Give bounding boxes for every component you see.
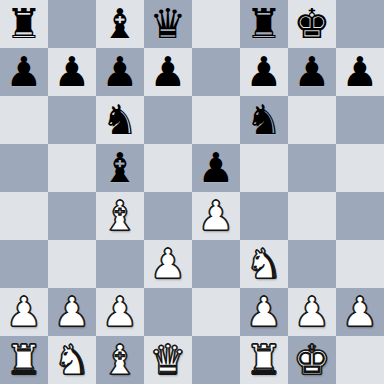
square-g6[interactable] bbox=[288, 96, 336, 144]
square-e3[interactable] bbox=[192, 240, 240, 288]
piece-black-queen[interactable]: ♛ bbox=[150, 0, 187, 48]
piece-black-knight[interactable]: ♞ bbox=[102, 96, 139, 144]
piece-white-king[interactable]: ♚ bbox=[294, 336, 331, 384]
square-e6[interactable] bbox=[192, 96, 240, 144]
square-d8[interactable]: ♛ bbox=[144, 0, 192, 48]
piece-black-knight[interactable]: ♞ bbox=[246, 96, 283, 144]
square-a3[interactable] bbox=[0, 240, 48, 288]
piece-white-rook[interactable]: ♜ bbox=[6, 336, 43, 384]
piece-black-pawn[interactable]: ♟ bbox=[6, 48, 43, 96]
square-h4[interactable] bbox=[336, 192, 384, 240]
piece-white-queen[interactable]: ♛ bbox=[150, 336, 187, 384]
square-c1[interactable]: ♝ bbox=[96, 336, 144, 384]
square-b2[interactable]: ♟ bbox=[48, 288, 96, 336]
piece-black-bishop[interactable]: ♝ bbox=[102, 0, 139, 48]
piece-black-pawn[interactable]: ♟ bbox=[294, 48, 331, 96]
square-d1[interactable]: ♛ bbox=[144, 336, 192, 384]
square-h7[interactable]: ♟ bbox=[336, 48, 384, 96]
square-c3[interactable] bbox=[96, 240, 144, 288]
piece-white-knight[interactable]: ♞ bbox=[246, 240, 283, 288]
piece-white-pawn[interactable]: ♟ bbox=[198, 192, 235, 240]
piece-black-rook[interactable]: ♜ bbox=[246, 0, 283, 48]
square-d4[interactable] bbox=[144, 192, 192, 240]
piece-white-pawn[interactable]: ♟ bbox=[150, 240, 187, 288]
square-g3[interactable] bbox=[288, 240, 336, 288]
piece-black-bishop[interactable]: ♝ bbox=[102, 144, 139, 192]
piece-black-pawn[interactable]: ♟ bbox=[198, 144, 235, 192]
square-c4[interactable]: ♝ bbox=[96, 192, 144, 240]
square-g2[interactable]: ♟ bbox=[288, 288, 336, 336]
square-d6[interactable] bbox=[144, 96, 192, 144]
square-f4[interactable] bbox=[240, 192, 288, 240]
piece-white-pawn[interactable]: ♟ bbox=[6, 288, 43, 336]
square-b8[interactable] bbox=[48, 0, 96, 48]
square-e5[interactable]: ♟ bbox=[192, 144, 240, 192]
square-b6[interactable] bbox=[48, 96, 96, 144]
square-a5[interactable] bbox=[0, 144, 48, 192]
square-a8[interactable]: ♜ bbox=[0, 0, 48, 48]
square-g7[interactable]: ♟ bbox=[288, 48, 336, 96]
square-f5[interactable] bbox=[240, 144, 288, 192]
square-f2[interactable]: ♟ bbox=[240, 288, 288, 336]
square-f6[interactable]: ♞ bbox=[240, 96, 288, 144]
piece-black-pawn[interactable]: ♟ bbox=[150, 48, 187, 96]
square-c5[interactable]: ♝ bbox=[96, 144, 144, 192]
square-e8[interactable] bbox=[192, 0, 240, 48]
square-h3[interactable] bbox=[336, 240, 384, 288]
square-c7[interactable]: ♟ bbox=[96, 48, 144, 96]
square-a7[interactable]: ♟ bbox=[0, 48, 48, 96]
square-g5[interactable] bbox=[288, 144, 336, 192]
square-h5[interactable] bbox=[336, 144, 384, 192]
square-b5[interactable] bbox=[48, 144, 96, 192]
piece-black-pawn[interactable]: ♟ bbox=[342, 48, 379, 96]
piece-black-pawn[interactable]: ♟ bbox=[246, 48, 283, 96]
square-h8[interactable] bbox=[336, 0, 384, 48]
square-d3[interactable]: ♟ bbox=[144, 240, 192, 288]
square-g1[interactable]: ♚ bbox=[288, 336, 336, 384]
piece-black-king[interactable]: ♚ bbox=[294, 0, 331, 48]
square-f7[interactable]: ♟ bbox=[240, 48, 288, 96]
square-d7[interactable]: ♟ bbox=[144, 48, 192, 96]
piece-white-bishop[interactable]: ♝ bbox=[102, 192, 139, 240]
piece-white-knight[interactable]: ♞ bbox=[54, 336, 91, 384]
square-a6[interactable] bbox=[0, 96, 48, 144]
piece-white-pawn[interactable]: ♟ bbox=[54, 288, 91, 336]
square-e7[interactable] bbox=[192, 48, 240, 96]
square-b3[interactable] bbox=[48, 240, 96, 288]
piece-white-rook[interactable]: ♜ bbox=[246, 336, 283, 384]
square-e4[interactable]: ♟ bbox=[192, 192, 240, 240]
chess-board: ♜♝♛♜♚♟♟♟♟♟♟♟♞♞♝♟♝♟♟♞♟♟♟♟♟♟♜♞♝♛♜♚ bbox=[0, 0, 384, 384]
square-b7[interactable]: ♟ bbox=[48, 48, 96, 96]
square-h1[interactable] bbox=[336, 336, 384, 384]
square-b1[interactable]: ♞ bbox=[48, 336, 96, 384]
square-f3[interactable]: ♞ bbox=[240, 240, 288, 288]
square-c6[interactable]: ♞ bbox=[96, 96, 144, 144]
square-b4[interactable] bbox=[48, 192, 96, 240]
piece-black-pawn[interactable]: ♟ bbox=[54, 48, 91, 96]
square-g4[interactable] bbox=[288, 192, 336, 240]
square-d5[interactable] bbox=[144, 144, 192, 192]
square-e1[interactable] bbox=[192, 336, 240, 384]
piece-white-bishop[interactable]: ♝ bbox=[102, 336, 139, 384]
square-c8[interactable]: ♝ bbox=[96, 0, 144, 48]
piece-black-pawn[interactable]: ♟ bbox=[102, 48, 139, 96]
square-g8[interactable]: ♚ bbox=[288, 0, 336, 48]
square-a1[interactable]: ♜ bbox=[0, 336, 48, 384]
piece-white-pawn[interactable]: ♟ bbox=[294, 288, 331, 336]
piece-black-rook[interactable]: ♜ bbox=[6, 0, 43, 48]
piece-white-pawn[interactable]: ♟ bbox=[246, 288, 283, 336]
square-h6[interactable] bbox=[336, 96, 384, 144]
square-a2[interactable]: ♟ bbox=[0, 288, 48, 336]
square-a4[interactable] bbox=[0, 192, 48, 240]
square-f8[interactable]: ♜ bbox=[240, 0, 288, 48]
piece-white-pawn[interactable]: ♟ bbox=[342, 288, 379, 336]
square-h2[interactable]: ♟ bbox=[336, 288, 384, 336]
square-d2[interactable] bbox=[144, 288, 192, 336]
square-e2[interactable] bbox=[192, 288, 240, 336]
square-c2[interactable]: ♟ bbox=[96, 288, 144, 336]
piece-white-pawn[interactable]: ♟ bbox=[102, 288, 139, 336]
square-f1[interactable]: ♜ bbox=[240, 336, 288, 384]
